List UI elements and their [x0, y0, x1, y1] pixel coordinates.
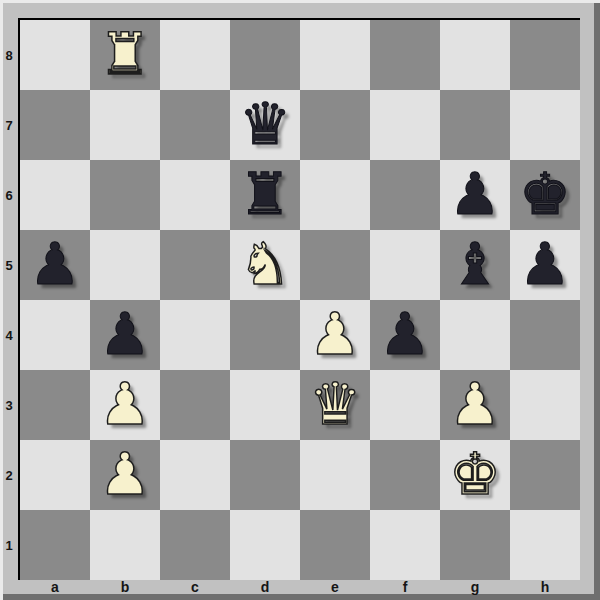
- square-c5[interactable]: [160, 230, 230, 300]
- board-frame: 87654321 ♜♛♜♟♚♟♞♝♟♟♟♟♟♛♟♟♚ abcdefgh: [0, 0, 600, 600]
- square-e7[interactable]: [300, 90, 370, 160]
- piece-white-queen[interactable]: ♛: [300, 370, 370, 440]
- square-d6[interactable]: ♜: [230, 160, 300, 230]
- square-b7[interactable]: [90, 90, 160, 160]
- square-f8[interactable]: [370, 20, 440, 90]
- square-d2[interactable]: [230, 440, 300, 510]
- square-g1[interactable]: [440, 510, 510, 580]
- rank-label-1: 1: [0, 510, 18, 580]
- square-h1[interactable]: [510, 510, 580, 580]
- piece-black-queen[interactable]: ♛: [230, 90, 300, 160]
- square-b2[interactable]: ♟: [90, 440, 160, 510]
- square-b1[interactable]: [90, 510, 160, 580]
- piece-white-king[interactable]: ♚: [440, 440, 510, 510]
- square-d4[interactable]: [230, 300, 300, 370]
- square-b6[interactable]: [90, 160, 160, 230]
- piece-white-pawn[interactable]: ♟: [440, 370, 510, 440]
- square-a8[interactable]: [20, 20, 90, 90]
- rank-label-6: 6: [0, 160, 18, 230]
- rank-labels: 87654321: [0, 20, 18, 580]
- file-label-f: f: [370, 580, 440, 596]
- square-h7[interactable]: [510, 90, 580, 160]
- file-labels: abcdefgh: [20, 580, 580, 596]
- square-f2[interactable]: [370, 440, 440, 510]
- square-f6[interactable]: [370, 160, 440, 230]
- square-b8[interactable]: ♜: [90, 20, 160, 90]
- square-g2[interactable]: ♚: [440, 440, 510, 510]
- square-g7[interactable]: [440, 90, 510, 160]
- piece-black-pawn[interactable]: ♟: [370, 300, 440, 370]
- square-c6[interactable]: [160, 160, 230, 230]
- square-e5[interactable]: [300, 230, 370, 300]
- square-h3[interactable]: [510, 370, 580, 440]
- piece-black-king[interactable]: ♚: [510, 160, 580, 230]
- piece-black-pawn[interactable]: ♟: [90, 300, 160, 370]
- square-b4[interactable]: ♟: [90, 300, 160, 370]
- rank-label-2: 2: [0, 440, 18, 510]
- square-a3[interactable]: [20, 370, 90, 440]
- square-d1[interactable]: [230, 510, 300, 580]
- square-c3[interactable]: [160, 370, 230, 440]
- square-a4[interactable]: [20, 300, 90, 370]
- rank-label-5: 5: [0, 230, 18, 300]
- piece-black-bishop[interactable]: ♝: [440, 230, 510, 300]
- file-label-b: b: [90, 580, 160, 596]
- square-b5[interactable]: [90, 230, 160, 300]
- square-a6[interactable]: [20, 160, 90, 230]
- square-h2[interactable]: [510, 440, 580, 510]
- square-h5[interactable]: ♟: [510, 230, 580, 300]
- square-c8[interactable]: [160, 20, 230, 90]
- square-e6[interactable]: [300, 160, 370, 230]
- square-c1[interactable]: [160, 510, 230, 580]
- square-d7[interactable]: ♛: [230, 90, 300, 160]
- file-label-g: g: [440, 580, 510, 596]
- square-f7[interactable]: [370, 90, 440, 160]
- rank-label-4: 4: [0, 300, 18, 370]
- square-h4[interactable]: [510, 300, 580, 370]
- file-label-h: h: [510, 580, 580, 596]
- square-a2[interactable]: [20, 440, 90, 510]
- square-e2[interactable]: [300, 440, 370, 510]
- piece-black-pawn[interactable]: ♟: [440, 160, 510, 230]
- square-g4[interactable]: [440, 300, 510, 370]
- square-c2[interactable]: [160, 440, 230, 510]
- square-e8[interactable]: [300, 20, 370, 90]
- square-h6[interactable]: ♚: [510, 160, 580, 230]
- square-g3[interactable]: ♟: [440, 370, 510, 440]
- square-g5[interactable]: ♝: [440, 230, 510, 300]
- square-e3[interactable]: ♛: [300, 370, 370, 440]
- square-e4[interactable]: ♟: [300, 300, 370, 370]
- piece-white-rook[interactable]: ♜: [90, 20, 160, 90]
- square-d3[interactable]: [230, 370, 300, 440]
- square-c7[interactable]: [160, 90, 230, 160]
- piece-white-pawn[interactable]: ♟: [90, 370, 160, 440]
- file-label-e: e: [300, 580, 370, 596]
- square-h8[interactable]: [510, 20, 580, 90]
- square-b3[interactable]: ♟: [90, 370, 160, 440]
- square-e1[interactable]: [300, 510, 370, 580]
- square-f5[interactable]: [370, 230, 440, 300]
- piece-black-pawn[interactable]: ♟: [510, 230, 580, 300]
- file-label-c: c: [160, 580, 230, 596]
- square-f4[interactable]: ♟: [370, 300, 440, 370]
- chess-board: ♜♛♜♟♚♟♞♝♟♟♟♟♟♛♟♟♚: [18, 18, 580, 580]
- square-g8[interactable]: [440, 20, 510, 90]
- piece-white-pawn[interactable]: ♟: [90, 440, 160, 510]
- square-c4[interactable]: [160, 300, 230, 370]
- file-label-d: d: [230, 580, 300, 596]
- file-label-a: a: [20, 580, 90, 596]
- square-a1[interactable]: [20, 510, 90, 580]
- piece-black-rook[interactable]: ♜: [230, 160, 300, 230]
- piece-white-pawn[interactable]: ♟: [300, 300, 370, 370]
- square-a7[interactable]: [20, 90, 90, 160]
- square-f1[interactable]: [370, 510, 440, 580]
- rank-label-3: 3: [0, 370, 18, 440]
- square-a5[interactable]: ♟: [20, 230, 90, 300]
- square-d8[interactable]: [230, 20, 300, 90]
- square-g6[interactable]: ♟: [440, 160, 510, 230]
- piece-white-knight[interactable]: ♞: [230, 230, 300, 300]
- square-d5[interactable]: ♞: [230, 230, 300, 300]
- rank-label-7: 7: [0, 90, 18, 160]
- square-f3[interactable]: [370, 370, 440, 440]
- rank-label-8: 8: [0, 20, 18, 90]
- piece-black-pawn[interactable]: ♟: [20, 230, 90, 300]
